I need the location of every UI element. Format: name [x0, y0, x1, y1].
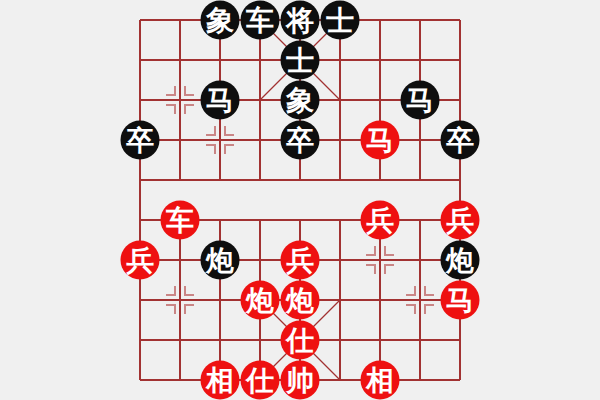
point-marker: [225, 145, 234, 154]
piece-black-chariot[interactable]: 车: [241, 1, 280, 40]
piece-black-soldier[interactable]: 卒: [281, 121, 320, 160]
piece-red-cannon[interactable]: 炮: [281, 281, 320, 320]
point-marker: [185, 86, 194, 95]
piece-black-advisor[interactable]: 士: [321, 1, 360, 40]
piece-red-soldier[interactable]: 兵: [441, 201, 480, 240]
point-marker: [206, 145, 215, 154]
piece-black-elephant[interactable]: 象: [201, 1, 240, 40]
piece-red-elephant[interactable]: 相: [201, 361, 240, 400]
piece-red-cannon[interactable]: 炮: [241, 281, 280, 320]
piece-black-horse[interactable]: 马: [201, 81, 240, 120]
piece-red-chariot[interactable]: 车: [161, 201, 200, 240]
piece-red-elephant[interactable]: 相: [361, 361, 400, 400]
point-marker: [185, 286, 194, 295]
point-marker: [166, 305, 175, 314]
point-marker: [366, 246, 375, 255]
piece-black-cannon[interactable]: 炮: [201, 241, 240, 280]
piece-red-advisor[interactable]: 仕: [281, 321, 320, 360]
piece-red-soldier[interactable]: 兵: [361, 201, 400, 240]
point-marker: [385, 246, 394, 255]
point-marker: [185, 305, 194, 314]
point-marker: [166, 105, 175, 114]
point-marker: [385, 265, 394, 274]
piece-black-general[interactable]: 将: [281, 1, 320, 40]
piece-red-advisor[interactable]: 仕: [241, 361, 280, 400]
piece-black-soldier[interactable]: 卒: [121, 121, 160, 160]
piece-red-soldier[interactable]: 兵: [121, 241, 160, 280]
piece-black-cannon[interactable]: 炮: [441, 241, 480, 280]
piece-black-advisor[interactable]: 士: [281, 41, 320, 80]
piece-red-horse[interactable]: 马: [441, 281, 480, 320]
point-marker: [166, 86, 175, 95]
point-marker: [366, 265, 375, 274]
piece-red-soldier[interactable]: 兵: [281, 241, 320, 280]
piece-black-soldier[interactable]: 卒: [441, 121, 480, 160]
piece-black-horse[interactable]: 马: [401, 81, 440, 120]
point-marker: [225, 126, 234, 135]
point-marker: [166, 286, 175, 295]
point-marker: [406, 286, 415, 295]
point-marker: [425, 286, 434, 295]
piece-red-general[interactable]: 帅: [281, 361, 320, 400]
piece-black-elephant[interactable]: 象: [281, 81, 320, 120]
xiangqi-board: 象车将士士马象马卒卒卒炮炮马车兵兵兵兵炮炮马仕相仕帅相: [0, 0, 600, 400]
point-marker: [425, 305, 434, 314]
point-marker: [185, 105, 194, 114]
piece-red-horse[interactable]: 马: [361, 121, 400, 160]
point-marker: [206, 126, 215, 135]
point-marker: [406, 305, 415, 314]
